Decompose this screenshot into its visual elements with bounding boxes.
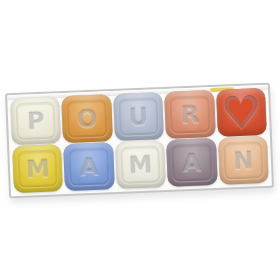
soap-letter: O [76, 106, 97, 131]
soap-cube-u: U [113, 92, 164, 141]
soap-letter: A [79, 154, 99, 179]
soap-letter: A [182, 150, 202, 175]
soap-cube-m1: M [12, 144, 63, 193]
soap-cube-a1: A [63, 142, 114, 191]
soap-cube-n: N [218, 136, 269, 185]
soap-case: P O U R ♥ ♥ M [5, 83, 274, 199]
soap-cube-heart: ♥ ♥ [216, 88, 267, 137]
soap-grid: P O U R ♥ ♥ M [7, 85, 272, 196]
product-photo: P O U R ♥ ♥ M [0, 0, 280, 280]
soap-cube-o: O [62, 94, 113, 143]
soap-letter: R [180, 102, 199, 127]
soap-letter: N [233, 148, 254, 173]
soap-letter: P [27, 108, 46, 133]
soap-letter: M [25, 156, 50, 181]
soap-cube-m2: M [115, 140, 166, 189]
soap-letter: U [128, 104, 148, 129]
soap-cube-r: R [164, 90, 215, 139]
soap-cube-p: P [10, 96, 61, 145]
soap-letter: M [128, 152, 153, 177]
soap-cube-a2: A [166, 138, 217, 187]
heart-icon-inner: ♥ [225, 93, 257, 128]
